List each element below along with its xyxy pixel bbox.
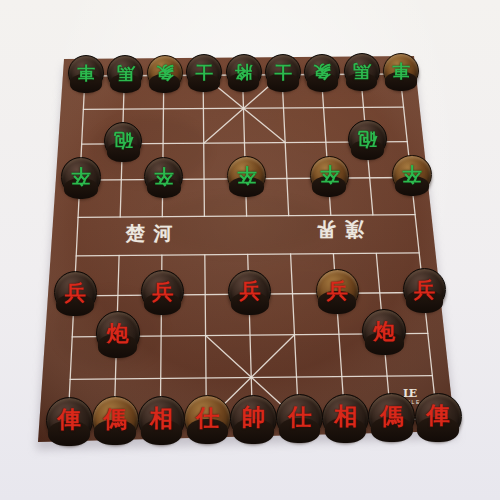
- piece-red-advisor[interactable]: 仕: [276, 394, 323, 441]
- piece-character: 象: [156, 64, 174, 82]
- piece-red-soldier[interactable]: 兵: [54, 271, 97, 314]
- piece-character: 馬: [117, 64, 135, 82]
- piece-red-cannon[interactable]: 炮: [362, 309, 406, 353]
- photo-background: 楚河 漢界 LE STYLE 車馬象士將士象馬車砲砲卒卒卒卒卒兵兵兵兵兵炮炮俥傌…: [0, 0, 500, 500]
- piece-red-chariot[interactable]: 俥: [415, 393, 462, 440]
- piece-green-elephant[interactable]: 象: [304, 54, 340, 90]
- piece-character: 象: [313, 63, 331, 81]
- piece-red-soldier[interactable]: 兵: [316, 269, 359, 312]
- piece-red-soldier[interactable]: 兵: [228, 270, 271, 313]
- piece-character: 相: [334, 405, 357, 428]
- piece-character: 帥: [242, 406, 265, 429]
- piece-character: 士: [195, 63, 213, 81]
- piece-character: 車: [77, 64, 95, 82]
- piece-green-horse[interactable]: 馬: [107, 55, 143, 91]
- piece-character: 俥: [57, 408, 80, 431]
- piece-character: 士: [274, 63, 292, 81]
- piece-character: 炮: [373, 320, 395, 342]
- piece-green-soldier[interactable]: 卒: [61, 157, 100, 196]
- piece-green-advisor[interactable]: 士: [265, 54, 301, 90]
- piece-character: 相: [150, 407, 173, 430]
- piece-green-soldier[interactable]: 卒: [310, 156, 349, 195]
- piece-character: 仕: [288, 406, 311, 429]
- piece-character: 仕: [196, 407, 219, 430]
- piece-character: 兵: [65, 282, 86, 303]
- piece-character: 卒: [402, 165, 421, 184]
- piece-green-advisor[interactable]: 士: [186, 54, 222, 90]
- piece-red-soldier[interactable]: 兵: [403, 268, 446, 311]
- piece-character: 兵: [326, 280, 347, 301]
- piece-red-elephant[interactable]: 相: [322, 394, 369, 441]
- piece-red-horse[interactable]: 傌: [92, 396, 139, 443]
- piece-character: 馬: [353, 62, 371, 80]
- piece-green-elephant[interactable]: 象: [147, 55, 183, 91]
- piece-character: 炮: [107, 322, 129, 344]
- piece-green-soldier[interactable]: 卒: [144, 157, 183, 196]
- piece-green-cannon[interactable]: 砲: [348, 120, 386, 158]
- piece-green-general[interactable]: 將: [226, 54, 262, 90]
- piece-red-general[interactable]: 帥: [230, 395, 277, 442]
- piece-red-soldier[interactable]: 兵: [141, 270, 184, 313]
- piece-character: 砲: [358, 130, 377, 149]
- piece-character: 兵: [414, 279, 435, 300]
- river-label-chu-he: 楚河: [126, 221, 182, 247]
- piece-character: 將: [235, 63, 253, 81]
- piece-red-cannon[interactable]: 炮: [96, 311, 140, 355]
- piece-character: 卒: [320, 165, 339, 184]
- piece-character: 俥: [426, 404, 449, 427]
- piece-green-chariot[interactable]: 車: [383, 53, 419, 89]
- piece-red-elephant[interactable]: 相: [138, 396, 185, 443]
- piece-green-soldier[interactable]: 卒: [392, 155, 431, 194]
- piece-character: 卒: [71, 167, 90, 186]
- piece-character: 卒: [154, 167, 173, 186]
- board-mat: [38, 56, 455, 442]
- piece-red-chariot[interactable]: 俥: [46, 397, 93, 444]
- piece-character: 車: [392, 62, 410, 80]
- river-label-han-jie: 漢界: [308, 216, 364, 242]
- piece-red-advisor[interactable]: 仕: [184, 395, 231, 442]
- piece-character: 傌: [103, 408, 126, 431]
- piece-character: 兵: [152, 281, 173, 302]
- piece-red-horse[interactable]: 傌: [368, 393, 415, 440]
- piece-green-cannon[interactable]: 砲: [104, 122, 142, 160]
- piece-green-horse[interactable]: 馬: [344, 53, 380, 89]
- piece-green-chariot[interactable]: 車: [68, 55, 104, 91]
- piece-character: 兵: [239, 280, 260, 301]
- piece-character: 砲: [114, 131, 133, 150]
- piece-character: 卒: [237, 166, 256, 185]
- piece-character: 傌: [380, 405, 403, 428]
- piece-green-soldier[interactable]: 卒: [227, 156, 266, 195]
